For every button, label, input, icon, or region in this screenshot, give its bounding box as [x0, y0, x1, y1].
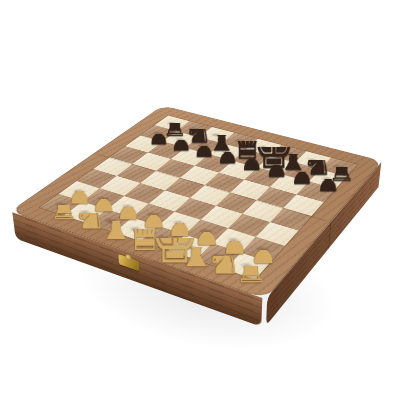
- scene: ♜♞♝♛♚♝♞♜♟♟♟♟♟♟♟♟♟♟♟♟♟♟♟♟♜♞♝♛♚♝♞♜: [0, 0, 400, 400]
- product-photo-canvas: ♜♞♝♛♚♝♞♜♟♟♟♟♟♟♟♟♟♟♟♟♟♟♟♟♜♞♝♛♚♝♞♜: [0, 0, 400, 400]
- square-b4[interactable]: [117, 164, 156, 183]
- brass-clasp: [118, 254, 139, 271]
- chess-board-3d: ♜♞♝♛♚♝♞♜♟♟♟♟♟♟♟♟♟♟♟♟♟♟♟♟♜♞♝♛♚♝♞♜: [10, 105, 382, 299]
- board-top-frame: ♜♞♝♛♚♝♞♜♟♟♟♟♟♟♟♟♟♟♟♟♟♟♟♟♜♞♝♛♚♝♞♜: [10, 105, 382, 299]
- square-g6[interactable]: [270, 174, 309, 194]
- fold-seam-side: [328, 222, 331, 250]
